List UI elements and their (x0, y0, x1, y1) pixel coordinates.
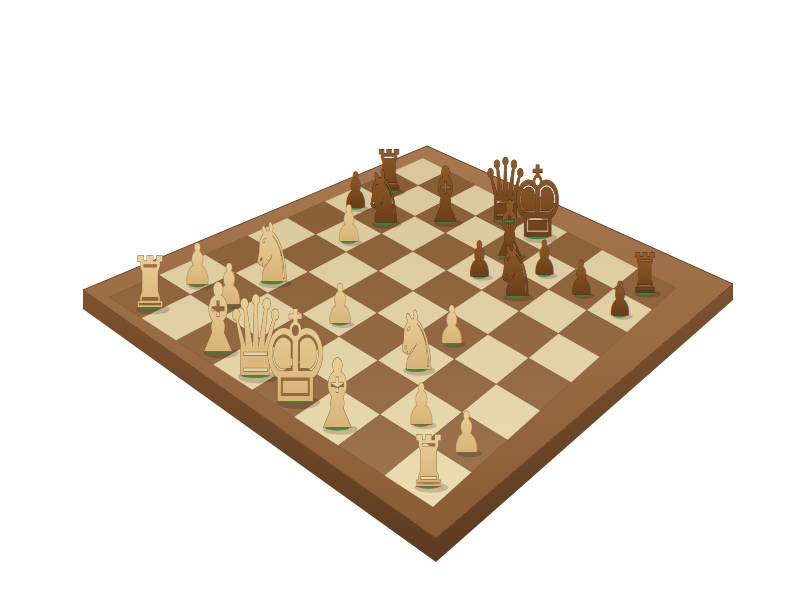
chess-photo: ♛♚♜♜♝♝♟♟♟♟♞♟♞♟♟♞♟♞♟♟♟♟♜♝♛♚♝♜ (0, 0, 800, 600)
piece-white-bishop-f1: ♝ (311, 340, 364, 451)
black-pawn-glyph: ♟ (568, 250, 594, 304)
black-bishop-glyph: ♝ (425, 151, 467, 239)
white-bishop-glyph: ♝ (311, 340, 364, 451)
piece-black-knight-b6: ♞ (364, 155, 404, 239)
piece-white-pawn-h2: ♟ (451, 400, 482, 465)
black-rook-glyph: ♜ (630, 243, 660, 306)
piece-white-pawn-f4: ♟ (437, 295, 466, 355)
black-pawn-glyph: ♟ (607, 271, 633, 325)
piece-white-pawn-b5: ♟ (335, 194, 363, 253)
piece-black-pawn-h7: ♟ (607, 271, 633, 325)
white-pawn-glyph: ♟ (437, 295, 466, 355)
white-rook-glyph: ♜ (131, 242, 170, 324)
black-knight-glyph: ♞ (495, 228, 535, 312)
board-svg: ♛♚♜♜♝♝♟♟♟♟♞♟♞♟♟♞♟♞♟♟♟♟♜♝♛♚♝♜ (0, 0, 800, 600)
piece-white-rook-h1: ♜ (409, 421, 448, 503)
piece-black-pawn-e6: ♟ (466, 231, 493, 286)
piece-black-bishop-c7: ♝ (425, 151, 467, 239)
white-pawn-glyph: ♟ (451, 400, 482, 465)
black-pawn-glyph: ♟ (466, 231, 493, 286)
piece-black-knight-f6: ♞ (495, 228, 535, 312)
piece-black-pawn-g7: ♟ (568, 250, 594, 304)
black-knight-glyph: ♞ (364, 155, 404, 239)
white-pawn-glyph: ♟ (335, 194, 363, 253)
piece-black-rook-h8: ♜ (630, 243, 661, 306)
white-rook-glyph: ♜ (409, 421, 448, 503)
piece-white-rook-a1: ♜ (131, 242, 170, 324)
